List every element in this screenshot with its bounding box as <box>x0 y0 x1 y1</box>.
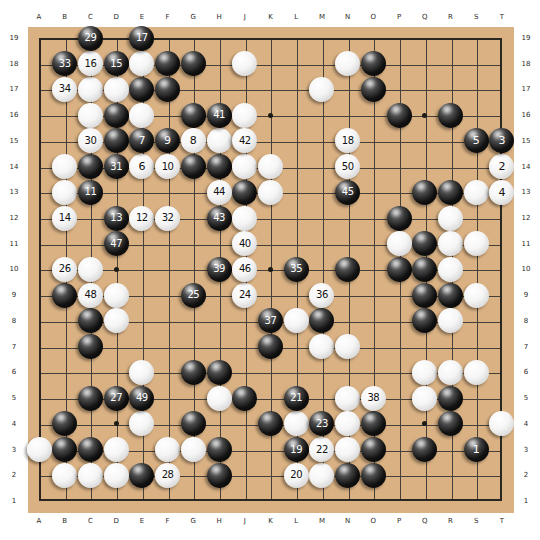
black-stone-h3 <box>207 437 232 462</box>
row-label-right-11: 11 <box>522 240 531 247</box>
move-number: 24 <box>239 290 251 300</box>
column-label-bottom-s: S <box>474 518 478 525</box>
white-stone-a3 <box>27 437 52 462</box>
move-number: 45 <box>342 187 354 197</box>
row-label-left-10: 10 <box>10 266 19 273</box>
move-number: 29 <box>85 33 97 43</box>
column-label-top-m: M <box>319 14 325 21</box>
move-number: 38 <box>368 393 380 403</box>
black-stone-l3-move-19: 19 <box>284 437 309 462</box>
column-label-bottom-r: R <box>448 518 453 525</box>
row-label-right-2: 2 <box>524 472 528 479</box>
white-stone-l8 <box>284 308 309 333</box>
move-number: 28 <box>162 470 174 480</box>
black-stone-p12 <box>387 206 412 231</box>
white-stone-e16 <box>129 103 154 128</box>
white-stone-p11 <box>387 231 412 256</box>
white-stone-n5 <box>335 386 360 411</box>
white-stone-d9 <box>104 283 129 308</box>
white-stone-b2 <box>52 463 77 488</box>
column-label-top-n: N <box>345 14 350 21</box>
row-label-right-14: 14 <box>522 163 531 170</box>
column-label-top-k: K <box>268 14 273 21</box>
black-stone-t15-move-3: 3 <box>489 128 514 153</box>
black-stone-o17 <box>361 77 386 102</box>
row-label-right-12: 12 <box>522 215 531 222</box>
black-stone-d5-move-27: 27 <box>104 386 129 411</box>
black-stone-d18-move-15: 15 <box>104 51 129 76</box>
column-label-top-h: H <box>216 14 221 21</box>
column-label-top-q: Q <box>422 14 428 21</box>
black-stone-r13 <box>438 180 463 205</box>
black-stone-n2 <box>335 463 360 488</box>
row-label-right-19: 19 <box>522 35 531 42</box>
move-number: 43 <box>213 213 225 223</box>
white-stone-k14 <box>258 154 283 179</box>
row-label-left-16: 16 <box>10 112 19 119</box>
row-label-right-9: 9 <box>524 292 528 299</box>
column-label-top-a: A <box>37 14 42 21</box>
white-stone-m9-move-36: 36 <box>309 283 334 308</box>
white-stone-f2-move-28: 28 <box>155 463 180 488</box>
white-stone-o5-move-38: 38 <box>361 386 386 411</box>
move-number: 4 <box>498 187 505 198</box>
black-stone-d16 <box>104 103 129 128</box>
move-number: 18 <box>342 136 354 146</box>
row-label-right-1: 1 <box>524 497 528 504</box>
white-stone-c9-move-48: 48 <box>78 283 103 308</box>
white-stone-b12-move-14: 14 <box>52 206 77 231</box>
white-stone-r12 <box>438 206 463 231</box>
black-stone-h12-move-43: 43 <box>207 206 232 231</box>
move-number: 6 <box>138 161 145 172</box>
move-number: 31 <box>110 162 122 172</box>
column-label-top-d: D <box>113 14 118 21</box>
black-stone-p10 <box>387 257 412 282</box>
column-label-bottom-h: H <box>216 518 221 525</box>
black-stone-g16 <box>181 103 206 128</box>
black-stone-o18 <box>361 51 386 76</box>
black-stone-c14 <box>78 154 103 179</box>
move-number: 32 <box>162 213 174 223</box>
white-stone-t14-move-2: 2 <box>489 154 514 179</box>
column-label-bottom-d: D <box>113 518 118 525</box>
move-number: 30 <box>85 136 97 146</box>
move-number: 11 <box>85 187 97 197</box>
column-label-bottom-f: F <box>166 518 170 525</box>
black-stone-d11-move-47: 47 <box>104 231 129 256</box>
black-stone-c3 <box>78 437 103 462</box>
row-label-left-18: 18 <box>10 60 19 67</box>
black-stone-r5 <box>438 386 463 411</box>
white-stone-c18-move-16: 16 <box>78 51 103 76</box>
move-number: 41 <box>213 110 225 120</box>
black-stone-d14-move-31: 31 <box>104 154 129 179</box>
black-stone-k7 <box>258 334 283 359</box>
black-stone-s15-move-5: 5 <box>464 128 489 153</box>
move-number: 39 <box>213 264 225 274</box>
row-label-right-3: 3 <box>524 446 528 453</box>
black-stone-s3-move-1: 1 <box>464 437 489 462</box>
row-label-right-10: 10 <box>522 266 531 273</box>
column-label-bottom-m: M <box>319 518 325 525</box>
black-stone-h6 <box>207 360 232 385</box>
black-stone-e5-move-49: 49 <box>129 386 154 411</box>
row-label-left-6: 6 <box>12 369 16 376</box>
black-stone-n10 <box>335 257 360 282</box>
move-number: 9 <box>164 135 171 146</box>
white-stone-s13 <box>464 180 489 205</box>
move-number: 16 <box>85 59 97 69</box>
move-number: 47 <box>110 239 122 249</box>
column-label-top-g: G <box>191 14 196 21</box>
move-number: 48 <box>85 290 97 300</box>
white-stone-j16 <box>232 103 257 128</box>
row-label-left-15: 15 <box>10 137 19 144</box>
black-stone-g18 <box>181 51 206 76</box>
star-point-d10 <box>114 267 119 272</box>
move-number: 42 <box>239 136 251 146</box>
black-stone-c5 <box>78 386 103 411</box>
white-stone-c16 <box>78 103 103 128</box>
row-label-left-9: 9 <box>12 292 16 299</box>
move-number: 1 <box>473 444 480 455</box>
black-stone-o3 <box>361 437 386 462</box>
move-number: 8 <box>190 135 197 146</box>
white-stone-c17 <box>78 77 103 102</box>
black-stone-h10-move-39: 39 <box>207 257 232 282</box>
white-stone-k13 <box>258 180 283 205</box>
black-stone-j13 <box>232 180 257 205</box>
black-stone-l10-move-35: 35 <box>284 257 309 282</box>
column-label-bottom-g: G <box>191 518 196 525</box>
row-label-left-3: 3 <box>12 446 16 453</box>
row-label-left-12: 12 <box>10 215 19 222</box>
move-number: 21 <box>290 393 302 403</box>
star-point-k10 <box>268 267 273 272</box>
black-stone-c19-move-29: 29 <box>78 26 103 51</box>
row-label-right-13: 13 <box>522 189 531 196</box>
white-stone-d17 <box>104 77 129 102</box>
white-stone-j9-move-24: 24 <box>232 283 257 308</box>
white-stone-t13-move-4: 4 <box>489 180 514 205</box>
move-number: 25 <box>187 290 199 300</box>
black-stone-c13-move-11: 11 <box>78 180 103 205</box>
white-stone-b17-move-34: 34 <box>52 77 77 102</box>
star-point-k16 <box>268 113 273 118</box>
row-label-left-1: 1 <box>12 497 16 504</box>
white-stone-e12-move-12: 12 <box>129 206 154 231</box>
row-label-left-19: 19 <box>10 35 19 42</box>
row-label-right-17: 17 <box>522 86 531 93</box>
row-label-right-8: 8 <box>524 317 528 324</box>
white-stone-g3 <box>181 437 206 462</box>
black-stone-q13 <box>412 180 437 205</box>
column-label-top-f: F <box>166 14 170 21</box>
row-label-left-11: 11 <box>10 240 19 247</box>
column-label-bottom-q: Q <box>422 518 428 525</box>
black-stone-d12-move-13: 13 <box>104 206 129 231</box>
black-stone-h2 <box>207 463 232 488</box>
row-label-right-16: 16 <box>522 112 531 119</box>
black-stone-n13-move-45: 45 <box>335 180 360 205</box>
black-stone-b9 <box>52 283 77 308</box>
row-label-right-4: 4 <box>524 420 528 427</box>
move-number: 36 <box>316 290 328 300</box>
black-stone-o2 <box>361 463 386 488</box>
black-stone-l5-move-21: 21 <box>284 386 309 411</box>
row-label-left-14: 14 <box>10 163 19 170</box>
move-number: 17 <box>136 33 148 43</box>
column-label-top-j: J <box>244 14 246 21</box>
move-number: 12 <box>136 213 148 223</box>
column-label-bottom-b: B <box>62 518 67 525</box>
move-number: 46 <box>239 264 251 274</box>
column-label-bottom-e: E <box>140 518 144 525</box>
black-stone-g6 <box>181 360 206 385</box>
white-stone-j12 <box>232 206 257 231</box>
move-number: 35 <box>290 264 302 274</box>
white-stone-r6 <box>438 360 463 385</box>
move-number: 10 <box>162 162 174 172</box>
black-stone-g4 <box>181 411 206 436</box>
row-label-right-15: 15 <box>522 137 531 144</box>
black-stone-e19-move-17: 17 <box>129 26 154 51</box>
row-label-right-18: 18 <box>522 60 531 67</box>
white-stone-r10 <box>438 257 463 282</box>
white-stone-s11 <box>464 231 489 256</box>
black-stone-c7 <box>78 334 103 359</box>
move-number: 23 <box>316 419 328 429</box>
row-label-left-8: 8 <box>12 317 16 324</box>
white-stone-d8 <box>104 308 129 333</box>
move-number: 14 <box>59 213 71 223</box>
move-number: 5 <box>473 135 480 146</box>
move-number: 3 <box>498 135 505 146</box>
move-number: 27 <box>110 393 122 403</box>
move-number: 50 <box>342 162 354 172</box>
go-board: 1234567891011121314151617181920212223242… <box>28 27 514 513</box>
column-label-top-e: E <box>140 14 144 21</box>
white-stone-l4 <box>284 411 309 436</box>
column-label-bottom-k: K <box>268 518 273 525</box>
column-label-bottom-o: O <box>371 518 377 525</box>
column-label-top-t: T <box>500 14 504 21</box>
white-stone-f3 <box>155 437 180 462</box>
row-label-left-13: 13 <box>10 189 19 196</box>
white-stone-c10 <box>78 257 103 282</box>
white-stone-l2-move-20: 20 <box>284 463 309 488</box>
column-label-top-b: B <box>62 14 67 21</box>
move-number: 7 <box>138 135 145 146</box>
black-stone-e2 <box>129 463 154 488</box>
move-number: 15 <box>110 59 122 69</box>
white-stone-c2 <box>78 463 103 488</box>
black-stone-h14 <box>207 154 232 179</box>
black-stone-p16 <box>387 103 412 128</box>
move-number: 13 <box>110 213 122 223</box>
white-stone-s6 <box>464 360 489 385</box>
move-number: 22 <box>316 445 328 455</box>
black-stone-g14 <box>181 154 206 179</box>
column-label-top-p: P <box>397 14 401 21</box>
column-label-bottom-t: T <box>500 518 504 525</box>
white-stone-h5 <box>207 386 232 411</box>
move-number: 33 <box>59 59 71 69</box>
row-label-right-6: 6 <box>524 369 528 376</box>
move-number: 49 <box>136 393 148 403</box>
row-label-left-2: 2 <box>12 472 16 479</box>
white-stone-b13 <box>52 180 77 205</box>
black-stone-f17 <box>155 77 180 102</box>
white-stone-t4 <box>489 411 514 436</box>
white-stone-h15 <box>207 128 232 153</box>
white-stone-s9 <box>464 283 489 308</box>
move-number: 20 <box>290 470 302 480</box>
white-stone-q5 <box>412 386 437 411</box>
black-stone-h16-move-41: 41 <box>207 103 232 128</box>
white-stone-d2 <box>104 463 129 488</box>
row-label-left-4: 4 <box>12 420 16 427</box>
black-stone-d15 <box>104 128 129 153</box>
column-label-bottom-a: A <box>37 518 42 525</box>
row-label-left-7: 7 <box>12 343 16 350</box>
black-stone-q9 <box>412 283 437 308</box>
row-label-right-7: 7 <box>524 343 528 350</box>
white-stone-f12-move-32: 32 <box>155 206 180 231</box>
column-label-top-s: S <box>474 14 478 21</box>
column-label-top-r: R <box>448 14 453 21</box>
white-stone-h13-move-44: 44 <box>207 180 232 205</box>
move-number: 40 <box>239 239 251 249</box>
column-label-top-c: C <box>88 14 93 21</box>
move-number: 2 <box>498 161 505 172</box>
column-label-bottom-l: L <box>294 518 298 525</box>
move-number: 37 <box>265 316 277 326</box>
black-stone-g9-move-25: 25 <box>181 283 206 308</box>
row-label-left-5: 5 <box>12 395 16 402</box>
move-number: 19 <box>290 445 302 455</box>
row-label-right-5: 5 <box>524 395 528 402</box>
column-label-top-o: O <box>371 14 377 21</box>
move-number: 44 <box>213 187 225 197</box>
column-label-top-l: L <box>294 14 298 21</box>
column-label-bottom-j: J <box>244 518 246 525</box>
black-stone-r9 <box>438 283 463 308</box>
white-stone-d3 <box>104 437 129 462</box>
row-label-left-17: 17 <box>10 86 19 93</box>
column-label-bottom-c: C <box>88 518 93 525</box>
move-number: 34 <box>59 84 71 94</box>
column-label-bottom-p: P <box>397 518 401 525</box>
column-label-bottom-n: N <box>345 518 350 525</box>
move-number: 26 <box>59 264 71 274</box>
black-stone-j5 <box>232 386 257 411</box>
go-kifu-diagram: 1234567891011121314151617181920212223242… <box>0 0 540 540</box>
black-stone-r16 <box>438 103 463 128</box>
